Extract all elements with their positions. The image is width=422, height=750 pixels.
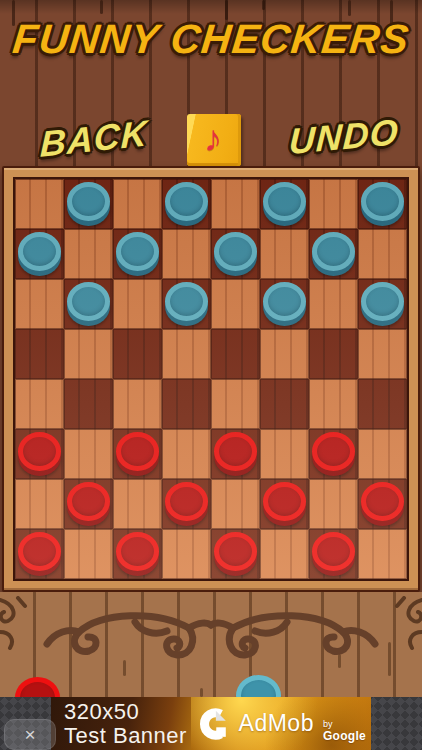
square-r2-c3[interactable] [113,229,162,279]
red-piece[interactable] [165,482,208,521]
square-r5-c4[interactable] [162,379,211,429]
square-r4-c4 [162,329,211,379]
red-piece[interactable] [214,432,257,471]
red-piece[interactable] [116,532,159,571]
square-r1-c7 [309,179,358,229]
music-note-icon: ♪ [204,120,223,157]
square-r1-c5 [211,179,260,229]
blue-piece[interactable] [263,182,306,221]
blue-piece[interactable] [116,232,159,271]
square-r4-c7[interactable] [309,329,358,379]
square-r1-c8[interactable] [358,179,407,229]
admob-test-ad[interactable]: 320x50 Test Banner AdMob by Google [51,697,371,750]
square-r1-c6[interactable] [260,179,309,229]
square-r4-c2 [64,329,113,379]
square-r4-c1[interactable] [15,329,64,379]
corner-ornament-right [394,596,422,660]
admob-wordmark: AdMob [239,710,314,737]
back-button[interactable]: BACK [40,112,149,166]
square-r8-c8 [358,529,407,579]
square-r4-c3[interactable] [113,329,162,379]
ad-text-block: 320x50 Test Banner [51,697,191,750]
square-r8-c5[interactable] [211,529,260,579]
square-r3-c5 [211,279,260,329]
undo-button[interactable]: UNDO [288,111,400,163]
square-r2-c4 [162,229,211,279]
blue-piece[interactable] [361,282,404,321]
square-r4-c8 [358,329,407,379]
square-r6-c6 [260,429,309,479]
square-r6-c2 [64,429,113,479]
byline-google: by Google [323,719,371,743]
square-r3-c7 [309,279,358,329]
square-r5-c3 [113,379,162,429]
square-r8-c3[interactable] [113,529,162,579]
square-r1-c2[interactable] [64,179,113,229]
wood-knot [348,0,351,16]
square-r3-c8[interactable] [358,279,407,329]
square-r1-c3 [113,179,162,229]
app-screen: FUNNY CHECKERS BACK UNDO ♪ [0,0,422,750]
blue-piece[interactable] [67,282,110,321]
square-r6-c5[interactable] [211,429,260,479]
square-r7-c4[interactable] [162,479,211,529]
square-r7-c2[interactable] [64,479,113,529]
square-r6-c3[interactable] [113,429,162,479]
square-r2-c6 [260,229,309,279]
board-grid [13,177,409,581]
square-r6-c1[interactable] [15,429,64,479]
square-r7-c7 [309,479,358,529]
square-r1-c4[interactable] [162,179,211,229]
square-r2-c2 [64,229,113,279]
square-r3-c4[interactable] [162,279,211,329]
square-r6-c4 [162,429,211,479]
square-r5-c5 [211,379,260,429]
blue-piece[interactable] [18,232,61,271]
square-r8-c2 [64,529,113,579]
square-r3-c1 [15,279,64,329]
square-r4-c6 [260,329,309,379]
ad-banner-bar: 320x50 Test Banner AdMob by Google [0,697,422,750]
square-r1-c1 [15,179,64,229]
wood-knot [200,688,203,697]
square-r5-c7 [309,379,358,429]
square-r7-c1 [15,479,64,529]
ad-name-label: Test Banner [64,724,191,748]
ad-size-label: 320x50 [64,700,191,724]
square-r5-c6[interactable] [260,379,309,429]
square-r3-c2[interactable] [64,279,113,329]
red-piece[interactable] [263,482,306,521]
square-r5-c2[interactable] [64,379,113,429]
square-r8-c7[interactable] [309,529,358,579]
corner-ornament-left [0,596,28,660]
admob-brand-block: AdMob by Google [191,697,371,750]
square-r2-c1[interactable] [15,229,64,279]
red-piece[interactable] [312,532,355,571]
flourish-ornament [39,606,383,662]
square-r4-c5[interactable] [211,329,260,379]
square-r5-c1 [15,379,64,429]
blue-piece[interactable] [214,232,257,271]
wood-knot [262,0,265,10]
red-piece[interactable] [312,432,355,471]
square-r8-c6 [260,529,309,579]
square-r6-c7[interactable] [309,429,358,479]
red-piece[interactable] [18,532,61,571]
ad-close-button[interactable]: × [4,719,56,750]
square-r6-c8 [358,429,407,479]
blue-piece[interactable] [165,182,208,221]
red-piece[interactable] [214,532,257,571]
red-piece[interactable] [18,432,61,471]
square-r2-c7[interactable] [309,229,358,279]
square-r7-c6[interactable] [260,479,309,529]
square-r2-c8 [358,229,407,279]
square-r8-c1[interactable] [15,529,64,579]
square-r3-c6[interactable] [260,279,309,329]
square-r3-c3 [113,279,162,329]
square-r5-c8[interactable] [358,379,407,429]
square-r7-c8[interactable] [358,479,407,529]
checkers-board [2,166,420,592]
blue-piece[interactable] [67,182,110,221]
square-r8-c4 [162,529,211,579]
wood-knot [388,642,391,676]
square-r7-c3 [113,479,162,529]
red-piece[interactable] [361,482,404,521]
square-r7-c5 [211,479,260,529]
blue-piece[interactable] [361,182,404,221]
red-piece[interactable] [116,432,159,471]
red-piece[interactable] [67,482,110,521]
wood-knot [100,0,103,14]
blue-piece[interactable] [165,282,208,321]
wood-knot [123,660,126,676]
admob-logo-icon [196,705,229,743]
square-r2-c5[interactable] [211,229,260,279]
page-title: FUNNY CHECKERS [0,16,422,63]
blue-piece[interactable] [263,282,306,321]
blue-piece[interactable] [312,232,355,271]
sound-toggle-button[interactable]: ♪ [187,114,241,166]
